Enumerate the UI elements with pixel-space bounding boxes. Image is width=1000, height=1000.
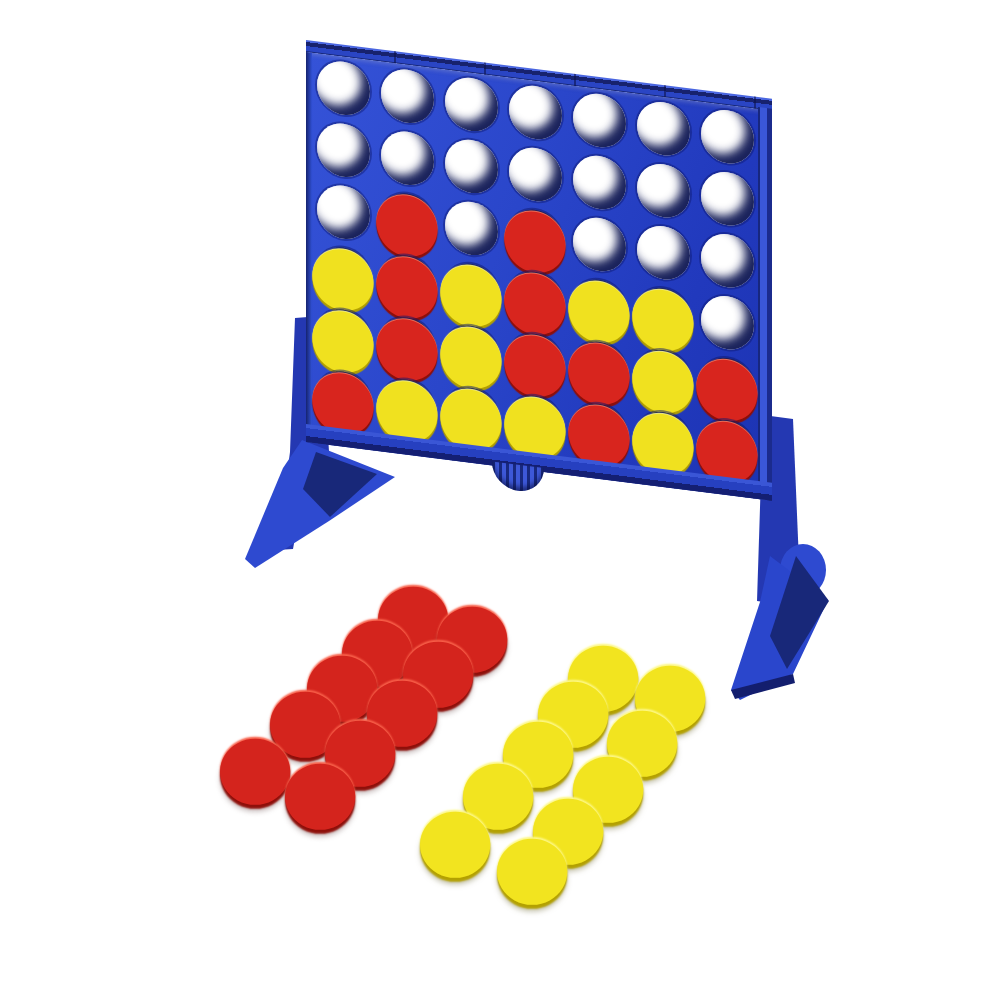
connect-four-board: ●●●●●●●●●●●●●●●●●●●●●● (306, 40, 772, 501)
empty-slot (701, 168, 754, 228)
filled-slot: ● (381, 376, 434, 436)
cell-r2-c6[interactable] (631, 155, 695, 225)
cell-r1-c2[interactable] (375, 61, 439, 131)
cell-r1-c4[interactable] (503, 77, 567, 147)
red-checker: ● (317, 368, 370, 428)
empty-slot (573, 90, 626, 150)
cell-r2-c7[interactable] (695, 163, 759, 233)
red-checker: ● (701, 416, 754, 476)
filled-slot: ● (317, 368, 370, 428)
empty-slot (445, 136, 498, 196)
cell-r6-c1[interactable]: ● (311, 363, 375, 433)
cell-r1-c6[interactable] (631, 93, 695, 163)
filled-slot: ● (445, 384, 498, 444)
cell-r1-c3[interactable] (439, 69, 503, 139)
yellow-checker: ● (637, 408, 690, 468)
filled-slot: ● (701, 416, 754, 476)
connect-four-product-photo: ●●●●●●●●●●●●●●●●●●●●●● ●●●●●●●●●● ●●●●●●… (0, 0, 1000, 1000)
filled-slot: ● (637, 408, 690, 468)
empty-slot (701, 106, 754, 166)
board-grid: ●●●●●●●●●●●●●●●●●●●●●● (311, 53, 759, 482)
cell-r1-c7[interactable] (695, 101, 759, 171)
cell-r6-c6[interactable]: ● (631, 403, 695, 473)
cell-r1-c1[interactable] (311, 53, 375, 123)
empty-slot (445, 74, 498, 134)
cell-r6-c7[interactable]: ● (695, 411, 759, 481)
empty-slot (509, 82, 562, 142)
empty-slot (701, 230, 754, 290)
yellow-checker: ● (509, 392, 562, 452)
empty-slot (637, 98, 690, 158)
cell-r6-c2[interactable]: ● (375, 371, 439, 441)
cell-r6-c4[interactable]: ● (503, 387, 567, 457)
cell-r2-c5[interactable] (567, 147, 631, 217)
yellow-checker: ● (381, 376, 434, 436)
empty-slot (317, 120, 370, 180)
yellow-checker: ● (445, 384, 498, 444)
red-checker: ● (573, 400, 626, 460)
cell-r2-c3[interactable] (439, 131, 503, 201)
filled-slot: ● (509, 392, 562, 452)
cell-r6-c5[interactable]: ● (567, 395, 631, 465)
cell-r1-c5[interactable] (567, 85, 631, 155)
empty-slot (381, 66, 434, 126)
filled-slot: ● (573, 400, 626, 460)
empty-slot (317, 58, 370, 118)
empty-slot (637, 160, 690, 220)
cell-r3-c7[interactable] (695, 225, 759, 295)
cell-r6-c3[interactable]: ● (439, 379, 503, 449)
empty-slot (573, 152, 626, 212)
cell-r2-c1[interactable] (311, 115, 375, 185)
